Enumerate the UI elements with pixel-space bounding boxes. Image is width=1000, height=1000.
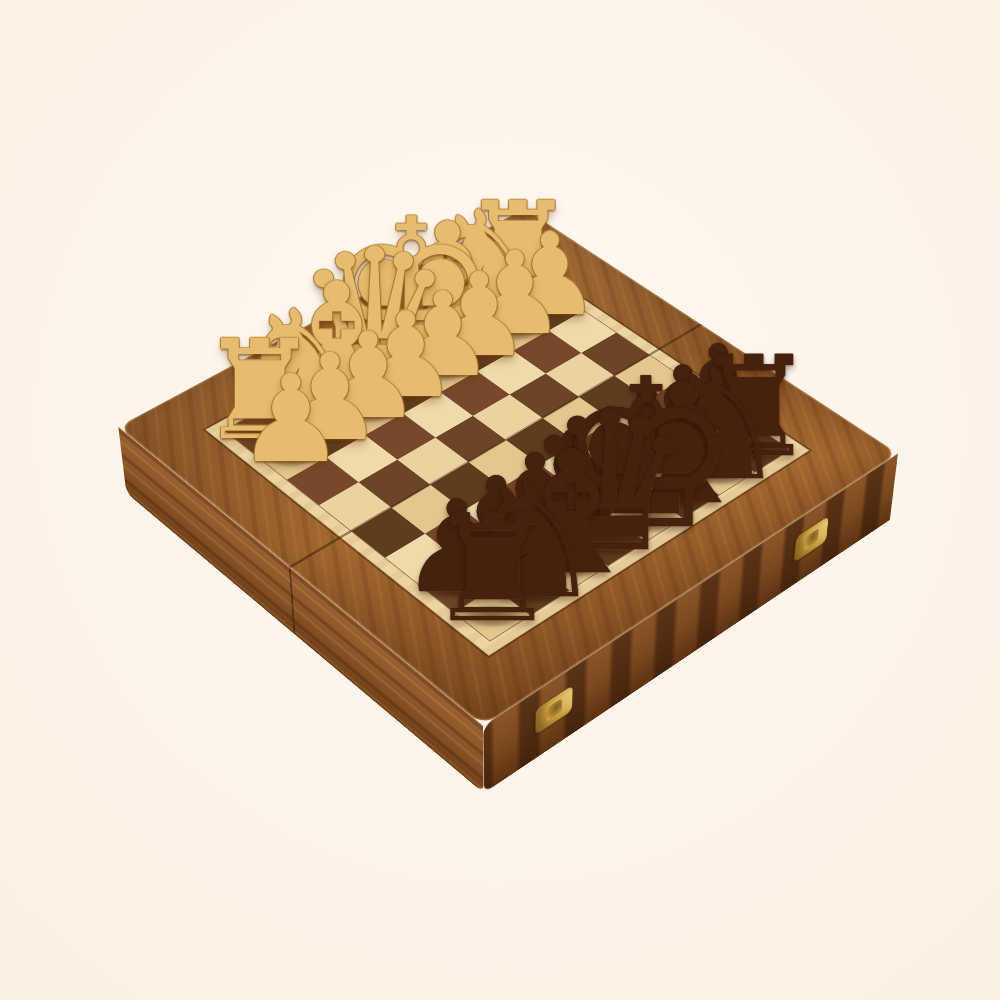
board-square [326, 435, 397, 482]
board-square [572, 515, 646, 565]
board-square [425, 510, 498, 560]
board-square [683, 447, 755, 495]
board-square [533, 539, 607, 590]
fold-seam-side [289, 568, 296, 635]
board-square [537, 490, 610, 539]
board-square [502, 465, 574, 513]
board-square [498, 513, 571, 563]
board-square [494, 563, 569, 615]
board-square [540, 442, 611, 489]
board-square [469, 440, 540, 487]
board-square [646, 470, 718, 518]
board-square [609, 492, 682, 541]
brass-latch [794, 516, 829, 563]
board-square [459, 536, 533, 587]
brass-latch [535, 685, 572, 735]
board-square [391, 485, 464, 534]
board-square [319, 482, 391, 531]
board-square [464, 487, 537, 536]
board-square [454, 587, 530, 640]
board-square [359, 460, 431, 508]
board-square [385, 534, 459, 585]
board-square [287, 457, 359, 505]
board-square [397, 438, 468, 485]
board-square [430, 462, 502, 510]
product-photo-backdrop: ♜♞♝♚♛♝♞♜♟♟♟♟♟♟♟♟♟♟♟♟♟♟♟♟♜♞♝♚♛♝♞♜ [0, 0, 1000, 1000]
box-frame [118, 209, 898, 726]
board-square [574, 467, 646, 515]
board-square [611, 445, 683, 492]
chess-box [118, 209, 898, 726]
board-square [352, 508, 425, 558]
board-square [419, 560, 494, 612]
